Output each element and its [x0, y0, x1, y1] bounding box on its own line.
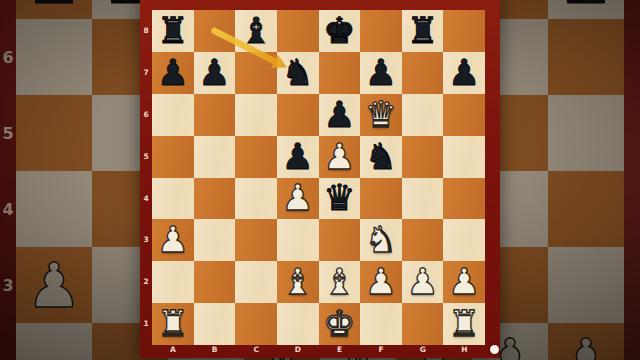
rank-label-2: 2 [140, 277, 152, 286]
square-h7[interactable]: ♟ [443, 52, 485, 94]
square-c6[interactable] [235, 94, 277, 136]
black-knight: ♞ [365, 139, 397, 175]
file-label-E: E [319, 345, 361, 354]
black-rook: ♜ [157, 13, 189, 49]
rank-labels: 87654321 [140, 10, 152, 345]
rank-label-6: 6 [140, 110, 152, 119]
file-label-C: C [235, 345, 277, 354]
board-squares: ♜♝♚♜♟♟♞♟♟♟♛♟♟♞♟♛♟♞♝♝♟♟♟♜♚♜ [152, 10, 485, 345]
square-h5[interactable] [443, 136, 485, 178]
square-h2[interactable]: ♟ [443, 261, 485, 303]
square-a2[interactable] [152, 261, 194, 303]
square-b7[interactable]: ♟ [194, 52, 236, 94]
square-c8[interactable]: ♝ [235, 10, 277, 52]
square-e4[interactable]: ♛ [319, 178, 361, 220]
black-rook: ♜ [406, 13, 438, 49]
square-f8[interactable] [360, 10, 402, 52]
black-pawn: ♟ [282, 139, 314, 175]
white-pawn: ♟ [282, 180, 314, 216]
square-a1[interactable]: ♜ [152, 303, 194, 345]
square-f2[interactable]: ♟ [360, 261, 402, 303]
black-pawn: ♟ [157, 55, 189, 91]
file-label-D: D [277, 345, 319, 354]
square-d5[interactable]: ♟ [277, 136, 319, 178]
square-b8[interactable] [194, 10, 236, 52]
file-label-F: F [360, 345, 402, 354]
black-bishop: ♝ [240, 13, 272, 49]
square-f3[interactable]: ♞ [360, 219, 402, 261]
square-e8[interactable]: ♚ [319, 10, 361, 52]
square-a7[interactable]: ♟ [152, 52, 194, 94]
square-e1[interactable]: ♚ [319, 303, 361, 345]
square-d3[interactable] [277, 219, 319, 261]
white-pawn: ♟ [448, 264, 480, 300]
rank-label-7: 7 [140, 68, 152, 77]
square-c2[interactable] [235, 261, 277, 303]
square-d7[interactable]: ♞ [277, 52, 319, 94]
white-rook: ♜ [448, 306, 480, 342]
black-pawn: ♟ [365, 55, 397, 91]
square-e5[interactable]: ♟ [319, 136, 361, 178]
square-d2[interactable]: ♝ [277, 261, 319, 303]
square-h4[interactable] [443, 178, 485, 220]
square-c4[interactable] [235, 178, 277, 220]
square-b3[interactable] [194, 219, 236, 261]
square-b2[interactable] [194, 261, 236, 303]
square-a5[interactable] [152, 136, 194, 178]
white-rook: ♜ [157, 306, 189, 342]
main-chess-board: ♜♝♚♜♟♟♞♟♟♟♛♟♟♞♟♛♟♞♝♝♟♟♟♜♚♜ 87654321 ABCD… [140, 0, 500, 358]
square-g1[interactable] [402, 303, 444, 345]
square-d6[interactable] [277, 94, 319, 136]
square-c3[interactable] [235, 219, 277, 261]
square-e2[interactable]: ♝ [319, 261, 361, 303]
square-f5[interactable]: ♞ [360, 136, 402, 178]
square-d4[interactable]: ♟ [277, 178, 319, 220]
rank-label-8: 8 [140, 26, 152, 35]
white-king: ♚ [323, 306, 355, 342]
square-a6[interactable] [152, 94, 194, 136]
rank-label-3: 3 [140, 235, 152, 244]
white-bishop: ♝ [323, 264, 355, 300]
black-queen: ♛ [323, 180, 355, 216]
rank-label-5: 5 [140, 152, 152, 161]
square-a8[interactable]: ♜ [152, 10, 194, 52]
square-a3[interactable]: ♟ [152, 219, 194, 261]
file-label-G: G [402, 345, 444, 354]
square-e3[interactable] [319, 219, 361, 261]
rank-label-1: 1 [140, 319, 152, 328]
square-g4[interactable] [402, 178, 444, 220]
white-pawn: ♟ [323, 139, 355, 175]
file-label-A: A [152, 345, 194, 354]
square-g5[interactable] [402, 136, 444, 178]
square-f6[interactable]: ♛ [360, 94, 402, 136]
square-g8[interactable]: ♜ [402, 10, 444, 52]
square-c1[interactable] [235, 303, 277, 345]
square-e6[interactable]: ♟ [319, 94, 361, 136]
white-knight: ♞ [365, 222, 397, 258]
square-b1[interactable] [194, 303, 236, 345]
square-g6[interactable] [402, 94, 444, 136]
black-pawn: ♟ [323, 97, 355, 133]
square-h8[interactable] [443, 10, 485, 52]
black-knight: ♞ [282, 55, 314, 91]
square-e7[interactable] [319, 52, 361, 94]
file-label-B: B [194, 345, 236, 354]
black-pawn: ♟ [198, 55, 230, 91]
black-king: ♚ [323, 13, 355, 49]
white-pawn: ♟ [365, 264, 397, 300]
square-c7[interactable] [235, 52, 277, 94]
square-d8[interactable] [277, 10, 319, 52]
square-h3[interactable] [443, 219, 485, 261]
file-label-H: H [443, 345, 485, 354]
rank-label-4: 4 [140, 194, 152, 203]
white-queen: ♛ [365, 97, 397, 133]
black-pawn: ♟ [448, 55, 480, 91]
square-f4[interactable] [360, 178, 402, 220]
white-pawn: ♟ [406, 264, 438, 300]
square-b6[interactable] [194, 94, 236, 136]
square-g3[interactable] [402, 219, 444, 261]
square-h6[interactable] [443, 94, 485, 136]
white-bishop: ♝ [282, 264, 314, 300]
square-c5[interactable] [235, 136, 277, 178]
square-f1[interactable] [360, 303, 402, 345]
file-labels: ABCDEFGH [152, 343, 485, 356]
white-pawn: ♟ [157, 222, 189, 258]
white-to-move-indicator [490, 345, 499, 354]
square-b4[interactable] [194, 178, 236, 220]
chess-screenshot-stage: ♜♝♚♜♟♟♞♟♟♟♛♟♟♞♟♛♟♞♝♝♟♟♟♜♚♜ 6543 ♜♝♚♜♟♟♞♟… [0, 0, 640, 360]
square-a4[interactable] [152, 178, 194, 220]
square-d1[interactable] [277, 303, 319, 345]
square-f7[interactable]: ♟ [360, 52, 402, 94]
square-g2[interactable]: ♟ [402, 261, 444, 303]
square-b5[interactable] [194, 136, 236, 178]
square-h1[interactable]: ♜ [443, 303, 485, 345]
square-g7[interactable] [402, 52, 444, 94]
